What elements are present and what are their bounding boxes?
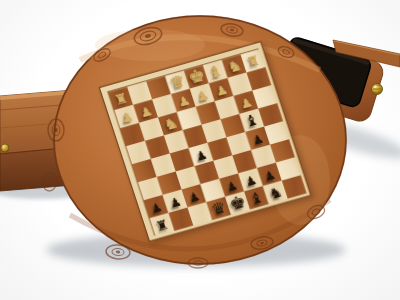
piece-black-pawn-a7[interactable]: ♟ [149, 200, 164, 215]
piece-white-pawn-b2[interactable]: ♟ [139, 105, 154, 120]
piece-black-pawn-b7[interactable]: ♟ [168, 195, 183, 210]
piece-black-pawn-e7[interactable]: ♟ [225, 179, 240, 194]
travel-chess-set-photo: ♜♛♚♝♞♜♟♟♟♟♟♞♟♝♟♟♟♟♟♟♟♟♜♛♚♝♞ [0, 0, 400, 300]
piece-white-pawn-d2[interactable]: ♟ [176, 94, 191, 109]
piece-black-pawn-g7[interactable]: ♟ [262, 168, 277, 183]
piece-black-pawn-d5[interactable]: ♟ [194, 148, 209, 163]
piece-white-rook-h1[interactable]: ♜ [245, 54, 261, 70]
left-drawer-knob[interactable] [1, 144, 9, 152]
right-drawer-knob[interactable] [372, 84, 383, 95]
piece-black-rook-a8[interactable]: ♜ [154, 217, 170, 233]
piece-black-knight-g8[interactable]: ♞ [267, 185, 284, 202]
piece-white-pawn-a2[interactable]: ♟ [120, 110, 135, 125]
piece-black-pawn-g5[interactable]: ♟ [251, 132, 266, 147]
piece-black-queen-d8[interactable]: ♛ [209, 199, 228, 218]
piece-black-pawn-c7[interactable]: ♟ [187, 190, 202, 205]
piece-white-pawn-g3[interactable]: ♟ [239, 96, 254, 111]
piece-white-pawn-e2[interactable]: ♟ [195, 89, 210, 104]
piece-white-rook-a1[interactable]: ♜ [113, 91, 129, 107]
piece-black-bishop-f8[interactable]: ♝ [248, 189, 266, 207]
piece-white-pawn-f2[interactable]: ♟ [214, 84, 229, 99]
piece-black-pawn-f7[interactable]: ♟ [244, 174, 259, 189]
